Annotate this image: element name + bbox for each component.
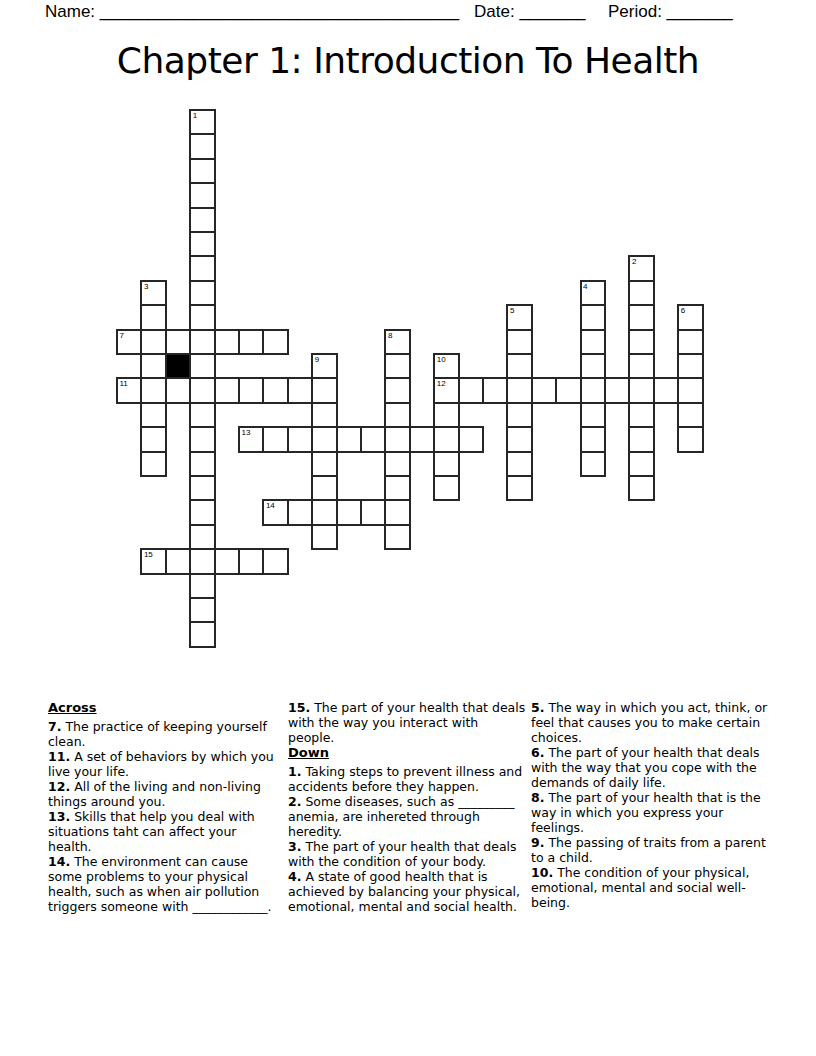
grid-cell[interactable]: 1 (189, 109, 215, 135)
grid-cell[interactable] (677, 402, 703, 428)
grid-cell[interactable] (189, 231, 215, 257)
clue-number-label: 12. (48, 779, 70, 794)
clue-number: 3 (144, 282, 148, 291)
grid-cell[interactable] (506, 475, 532, 501)
grid-cell[interactable] (580, 353, 606, 379)
grid-cell[interactable] (506, 353, 532, 379)
date-field: Date: _______ (474, 2, 586, 22)
grid-cell[interactable] (628, 451, 654, 477)
period-field: Period: _______ (608, 2, 733, 22)
grid-cell[interactable]: 12 (433, 377, 459, 403)
clue-text: The environment can cause some problems … (48, 854, 271, 914)
grid-cell[interactable] (677, 377, 703, 403)
grid-cell[interactable] (580, 426, 606, 452)
grid-cell[interactable] (140, 402, 166, 428)
grid-cell[interactable] (189, 524, 215, 550)
grid-cell[interactable] (506, 329, 532, 355)
grid-cell[interactable] (482, 377, 508, 403)
clue-number-label: 4. (288, 869, 301, 884)
grid-cell[interactable] (677, 426, 703, 452)
grid-cell[interactable] (189, 329, 215, 355)
clue-down-6: 6. The part of your health that deals wi… (531, 745, 777, 790)
grid-cell[interactable] (311, 499, 337, 525)
grid-cell[interactable] (189, 207, 215, 233)
grid-cell[interactable]: 11 (116, 377, 142, 403)
grid-cell[interactable] (580, 304, 606, 330)
grid-cell[interactable] (628, 377, 654, 403)
clue-number: 11 (120, 379, 128, 388)
clue-text: A state of good health that is achieved … (288, 869, 520, 914)
clue-across-11: 11. A set of behaviors by which you live… (48, 749, 284, 779)
clue-text: The part of your health that deals with … (288, 700, 525, 745)
grid-cell[interactable] (628, 329, 654, 355)
grid-cell[interactable] (433, 426, 459, 452)
grid-cell[interactable] (433, 402, 459, 428)
grid-cell[interactable] (336, 499, 362, 525)
clue-text: Skills that help you deal with situation… (48, 809, 255, 854)
grid-cell[interactable] (165, 548, 191, 574)
grid-cell[interactable] (189, 158, 215, 184)
grid-cell[interactable] (628, 402, 654, 428)
grid-cell[interactable] (604, 377, 630, 403)
page-title: Chapter 1: Introduction To Health (0, 40, 816, 81)
across-header: Across (48, 700, 284, 715)
grid-cell[interactable] (189, 621, 215, 647)
grid-cell[interactable] (238, 329, 264, 355)
clue-number: 7 (120, 331, 124, 340)
grid-cell[interactable] (458, 377, 484, 403)
grid-cell[interactable] (165, 329, 191, 355)
grid-cell[interactable] (433, 451, 459, 477)
clue-number-label: 2. (288, 794, 301, 809)
clue-down-1: 1. Taking steps to prevent illness and a… (288, 764, 526, 794)
period-label: Period: (608, 2, 662, 21)
grid-cell[interactable]: 3 (140, 280, 166, 306)
clue-text: Some diseases, such as _________ anemia,… (288, 794, 514, 839)
grid-cell[interactable] (336, 426, 362, 452)
grid-cell[interactable]: 2 (628, 255, 654, 281)
grid-cell[interactable] (433, 475, 459, 501)
grid-cell[interactable]: 9 (311, 353, 337, 379)
grid-cell[interactable] (189, 475, 215, 501)
clue-down-4: 4. A state of good health that is achiev… (288, 869, 526, 914)
grid-cell[interactable] (287, 499, 313, 525)
grid-cell[interactable] (580, 377, 606, 403)
grid-cell[interactable] (506, 402, 532, 428)
clue-column: 15. The part of your health that deals w… (288, 700, 526, 914)
name-field: Name: __________________________________… (45, 2, 459, 22)
grid-cell[interactable] (262, 426, 288, 452)
clue-text: The practice of keeping yourself clean. (48, 719, 267, 749)
clue-number-label: 8. (531, 790, 544, 805)
grid-cell[interactable] (238, 548, 264, 574)
clue-number: 9 (315, 355, 319, 364)
clue-text: All of the living and non-living things … (48, 779, 261, 809)
grid-cell[interactable] (189, 548, 215, 574)
grid-cell[interactable] (506, 426, 532, 452)
grid-cell[interactable] (287, 426, 313, 452)
clue-number: 5 (510, 306, 514, 315)
clue-number: 2 (632, 257, 636, 266)
clue-across-13: 13. Skills that help you deal with situa… (48, 809, 284, 854)
grid-cell[interactable] (189, 499, 215, 525)
grid-cell[interactable] (189, 280, 215, 306)
grid-cell[interactable] (384, 402, 410, 428)
clue-number-label: 14. (48, 854, 70, 869)
clue-across-12: 12. All of the living and non-living thi… (48, 779, 284, 809)
grid-cell[interactable] (506, 451, 532, 477)
grid-cell[interactable] (189, 182, 215, 208)
grid-cell[interactable]: 10 (433, 353, 459, 379)
grid-cell[interactable] (628, 475, 654, 501)
grid-cell[interactable] (677, 329, 703, 355)
grid-cell[interactable] (214, 329, 240, 355)
clue-number: 12 (437, 379, 446, 388)
grid-cell[interactable] (458, 426, 484, 452)
grid-cell[interactable] (531, 377, 557, 403)
grid-cell[interactable] (384, 426, 410, 452)
clue-number-label: 6. (531, 745, 544, 760)
clue-column: 5. The way in which you act, think, or f… (531, 700, 777, 910)
grid-cell[interactable] (189, 451, 215, 477)
clue-text: The part of your health that is the way … (531, 790, 761, 835)
grid-cell[interactable] (311, 451, 337, 477)
clue-number: 13 (242, 428, 251, 437)
grid-cell[interactable] (384, 451, 410, 477)
period-blank: _______ (667, 2, 733, 21)
grid-cell[interactable] (189, 573, 215, 599)
grid-cell[interactable]: 13 (238, 426, 264, 452)
grid-cell[interactable]: 8 (384, 329, 410, 355)
grid-cell[interactable] (628, 353, 654, 379)
crossword-grid: 123456789101112131415 (117, 110, 703, 647)
grid-cell[interactable] (214, 377, 240, 403)
grid-cell[interactable] (262, 548, 288, 574)
grid-cell[interactable] (189, 377, 215, 403)
clue-number: 14 (266, 501, 275, 510)
grid-cell[interactable] (189, 597, 215, 623)
clue-text: The way in which you act, think, or feel… (531, 700, 767, 745)
grid-cell[interactable] (140, 426, 166, 452)
clue-number-label: 7. (48, 719, 61, 734)
grid-cell[interactable] (384, 524, 410, 550)
clue-number-label: 5. (531, 700, 544, 715)
grid-cell[interactable] (628, 426, 654, 452)
clue-number-label: 3. (288, 839, 301, 854)
clue-number: 10 (437, 355, 446, 364)
grid-cell[interactable] (262, 377, 288, 403)
grid-cell[interactable] (360, 426, 386, 452)
grid-cell[interactable] (653, 377, 679, 403)
clue-down-10: 10. The condition of your physical, emot… (531, 865, 777, 910)
grid-cell[interactable] (189, 255, 215, 281)
grid-cell[interactable] (287, 377, 313, 403)
grid-cell[interactable] (189, 304, 215, 330)
grid-cell[interactable] (189, 402, 215, 428)
grid-cell[interactable] (409, 426, 435, 452)
grid-cell[interactable] (140, 377, 166, 403)
clue-number: 1 (193, 111, 197, 120)
grid-cell[interactable] (140, 451, 166, 477)
grid-cell[interactable]: 5 (506, 304, 532, 330)
clue-number-label: 11. (48, 749, 70, 764)
black-cell (165, 353, 191, 379)
grid-cell[interactable] (384, 475, 410, 501)
grid-cell[interactable] (506, 377, 532, 403)
clue-down-3: 3. The part of your health that deals wi… (288, 839, 526, 869)
clue-text: Taking steps to prevent illness and acci… (288, 764, 522, 794)
clue-number-label: 1. (288, 764, 301, 779)
clue-text: A set of behaviors by which you live you… (48, 749, 274, 779)
clue-down-9: 9. The passing of traits from a parent t… (531, 835, 777, 865)
clue-text: The part of your health that deals with … (531, 745, 760, 790)
grid-cell[interactable] (580, 402, 606, 428)
grid-cell[interactable] (628, 304, 654, 330)
grid-cell[interactable]: 7 (116, 329, 142, 355)
grid-cell[interactable] (140, 304, 166, 330)
clue-across-14: 14. The environment can cause some probl… (48, 854, 284, 914)
down-header: Down (288, 745, 526, 760)
name-blank: ______________________________________ (100, 2, 459, 21)
grid-cell[interactable] (189, 353, 215, 379)
grid-cell[interactable] (165, 377, 191, 403)
grid-cell[interactable]: 4 (580, 280, 606, 306)
clue-number-label: 9. (531, 835, 544, 850)
grid-cell[interactable] (384, 377, 410, 403)
worksheet-page: Name: __________________________________… (0, 0, 816, 1056)
grid-cell[interactable] (360, 499, 386, 525)
clue-number-label: 10. (531, 865, 553, 880)
grid-cell[interactable] (311, 377, 337, 403)
clue-text: The passing of traits from a parent to a… (531, 835, 766, 865)
grid-cell[interactable]: 15 (140, 548, 166, 574)
grid-cell[interactable] (311, 402, 337, 428)
date-blank: _______ (519, 2, 585, 21)
grid-cell[interactable] (555, 377, 581, 403)
grid-cell[interactable]: 6 (677, 304, 703, 330)
grid-cell[interactable] (384, 353, 410, 379)
grid-cell[interactable] (140, 329, 166, 355)
clue-text: The part of your health that deals with … (288, 839, 517, 869)
clue-across-15: 15. The part of your health that deals w… (288, 700, 526, 745)
grid-cell[interactable] (140, 353, 166, 379)
grid-cell[interactable] (189, 133, 215, 159)
grid-cell[interactable] (262, 329, 288, 355)
clue-down-5: 5. The way in which you act, think, or f… (531, 700, 777, 745)
clue-across-7: 7. The practice of keeping yourself clea… (48, 719, 284, 749)
grid-cell[interactable] (580, 329, 606, 355)
grid-cell[interactable] (311, 475, 337, 501)
clue-number: 6 (681, 306, 685, 315)
grid-cell[interactable] (311, 426, 337, 452)
clue-number: 4 (583, 282, 587, 291)
grid-cell[interactable] (238, 377, 264, 403)
clue-number: 15 (144, 550, 153, 559)
clue-column: Across7. The practice of keeping yoursel… (48, 700, 284, 914)
grid-cell[interactable] (384, 499, 410, 525)
grid-cell[interactable] (189, 426, 215, 452)
clue-number-label: 15. (288, 700, 310, 715)
clue-number: 8 (388, 331, 392, 340)
date-label: Date: (474, 2, 515, 21)
clue-number-label: 13. (48, 809, 70, 824)
clue-text: The condition of your physical, emotiona… (531, 865, 749, 910)
grid-cell[interactable] (677, 353, 703, 379)
name-label: Name: (45, 2, 95, 21)
grid-cell[interactable] (580, 451, 606, 477)
clue-down-8: 8. The part of your health that is the w… (531, 790, 777, 835)
grid-cell[interactable] (311, 524, 337, 550)
grid-cell[interactable]: 14 (262, 499, 288, 525)
grid-cell[interactable] (628, 280, 654, 306)
clue-down-2: 2. Some diseases, such as _________ anem… (288, 794, 526, 839)
grid-cell[interactable] (214, 548, 240, 574)
